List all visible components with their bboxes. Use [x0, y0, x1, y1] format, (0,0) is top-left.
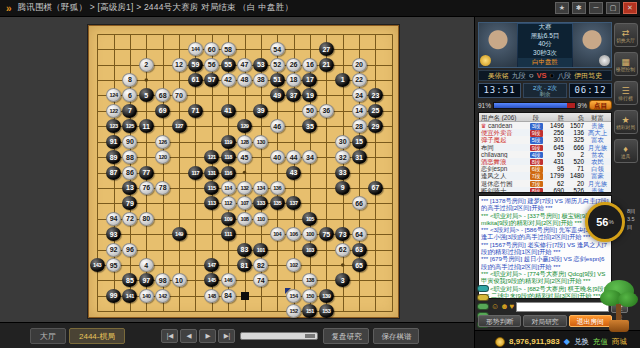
crown-icon: ♛: [481, 123, 488, 129]
exchange-button[interactable]: 兑换: [574, 337, 589, 347]
white-stone-icon: ○: [529, 72, 534, 80]
stone-102-white: 102: [286, 258, 301, 272]
stone-4-white: 4: [139, 258, 154, 272]
stone-18-white: 18: [286, 73, 301, 87]
chat-line: *** <职业对局> - [682号大赛房] 棋王晚名[9段] VS 二球中来[…: [481, 285, 609, 299]
chat-line: *** <职业对局> - [774号大赛房] Qdcg[9段] VS 甲寅俊我[…: [481, 270, 609, 285]
playback-icon[interactable]: ◀: [180, 329, 197, 343]
stone-63-black: 63: [352, 243, 367, 257]
chat-line: *** [1567号房间] 老实修行[7段] VS 逢风之人[7段]的精彩过招[…: [481, 241, 609, 256]
strip-button[interactable]: ♦道具: [614, 139, 638, 163]
white-clock: 13:51: [478, 83, 521, 98]
stone-47-white: 47: [237, 58, 252, 72]
stone-58-white: 58: [221, 42, 236, 56]
stone-148-white: 148: [204, 289, 219, 303]
stone-108-white: 108: [237, 212, 252, 226]
stone-71-black: 71: [188, 104, 203, 118]
black-player-rank: 八段: [557, 71, 571, 81]
stone-66-white: 66: [352, 196, 367, 210]
stone-11-black: 11: [139, 119, 154, 133]
white-player-avatar[interactable]: [479, 23, 517, 67]
stone-16-white: 16: [302, 58, 317, 72]
close-icon[interactable]: ✕: [623, 2, 637, 14]
event-label: 大赛: [539, 23, 552, 31]
stone-15-black: 15: [352, 135, 367, 149]
stone-27-black: 27: [319, 42, 334, 56]
stone-76-white: 76: [139, 181, 154, 195]
楼层控制-icon: ▦: [621, 57, 630, 67]
quick-chat-pill[interactable]: [477, 294, 489, 301]
stone-144-white: 144: [188, 42, 203, 56]
strip-button-label: 楼层控制: [616, 67, 635, 72]
user-row[interactable]: 酒恶舞浪8段431520农民: [479, 158, 611, 165]
rank-badge: 8段: [530, 188, 543, 193]
stone-24-white: 24: [352, 88, 367, 102]
user-list-header: 用户名 (206)段胜负财富: [479, 113, 611, 122]
black-player-avatar[interactable]: [573, 23, 611, 67]
stone-122-white: 122: [106, 104, 121, 118]
stone-54-white: 54: [270, 42, 285, 56]
stone-112-white: 112: [221, 196, 236, 210]
stone-143-black: 143: [90, 258, 105, 272]
stone-40-white: 40: [270, 150, 285, 164]
stone-103-black: 103: [302, 243, 317, 257]
toolbar-tab[interactable]: 2444-棋局: [69, 328, 125, 344]
stone-101-black: 101: [253, 243, 268, 257]
stone-20-white: 20: [352, 58, 367, 72]
stone-109-black: 109: [221, 212, 236, 226]
stone-139-black: 139: [319, 289, 334, 303]
stone-77-black: 77: [139, 166, 154, 180]
result-label: 白中盘胜: [518, 58, 572, 67]
stone-78-white: 78: [155, 181, 170, 195]
stone-128-white: 128: [237, 135, 252, 149]
strip-button-label: 道具: [621, 154, 631, 159]
stone-104-white: 104: [270, 227, 285, 241]
window-control-icon[interactable]: ─: [589, 2, 603, 14]
stone-94-white: 94: [106, 212, 121, 226]
排行榜-icon: ☰: [621, 86, 629, 96]
stone-140-white: 140: [139, 289, 154, 303]
winrate-track: [493, 102, 576, 109]
move-slider[interactable]: [240, 332, 318, 340]
panel-tab-inactive[interactable]: 形势判断: [478, 315, 521, 327]
player-card: 大赛 黑贴6.5目 40分 30秒3次 白中盘胜: [478, 22, 612, 68]
side-icon-strip: ⇄切换大厅▦楼层控制☰排行榜★精彩对局♦道具: [612, 23, 639, 163]
match-info: 大赛 黑贴6.5目 40分 30秒3次 白中盘胜: [518, 24, 572, 66]
strip-button-label: 精彩对局: [616, 125, 635, 130]
stone-80-white: 80: [139, 212, 154, 226]
black-stone-icon: ●: [550, 72, 555, 80]
clocks-row: 13:51 2次 · 2次 剩余 06:12: [478, 83, 612, 98]
panel-tab-inactive[interactable]: 对局研究: [523, 315, 566, 327]
stone-48-white: 48: [237, 73, 252, 87]
emoji-icon[interactable]: ♥: [510, 302, 515, 312]
stone-26-white: 26: [286, 58, 301, 72]
byoyomi-periods: 2次 · 2次 剩余: [523, 83, 567, 98]
stone-114-white: 114: [221, 181, 236, 195]
count-button[interactable]: 点目: [589, 100, 612, 110]
money-bar: 8,976,911,983 ◆ 兑换 充值 商城: [475, 330, 640, 348]
black-winrate: 9%: [578, 102, 587, 109]
道具-icon: ♦: [623, 144, 628, 154]
komi-label: 黑贴6.5目: [531, 32, 560, 40]
app-icon: »: [6, 3, 12, 14]
stone-149-black: 149: [172, 227, 187, 241]
stone-41-black: 41: [221, 104, 236, 118]
stone-56-white: 56: [204, 58, 219, 72]
black-clock: 06:12: [569, 83, 612, 98]
stone-90-white: 90: [122, 135, 137, 149]
stone-117-black: 117: [188, 166, 203, 180]
title-bar: » 腾讯围棋（野狐） > [高级房1] > 2444号大赛房 对局结束 （白 中…: [0, 0, 640, 17]
window-control-icon[interactable]: ★: [555, 2, 569, 14]
stone-69-black: 69: [155, 104, 170, 118]
chat-input[interactable]: [516, 302, 609, 312]
gold-medal-icon: [480, 55, 491, 66]
playback-icon[interactable]: ▶: [199, 329, 216, 343]
stone-22-white: 22: [352, 73, 367, 87]
chat-line: *** [679号房间] 超日小赢[3段] VS 恋剑espn[6段]的高手过招…: [481, 255, 609, 270]
stone-62-white: 62: [335, 243, 350, 257]
stone-45-white: 45: [237, 150, 252, 164]
window-control-icon[interactable]: ▢: [606, 2, 620, 14]
stone-142-white: 142: [155, 289, 170, 303]
winrate-bar: 91% 9% 点目: [478, 100, 612, 110]
chat-input-row: ☺☻♥ 发送: [491, 301, 612, 313]
strip-button-label: 切换大厅: [616, 38, 635, 43]
stone-52-white: 52: [270, 58, 285, 72]
go-board[interactable]: 1446058542721259565547535226162120861574…: [88, 25, 399, 318]
stone-91-black: 91: [106, 135, 121, 149]
diamond-icon: ◆: [564, 337, 570, 346]
user-row[interactable]: 退休恋竹园7段6220月光族: [479, 180, 611, 187]
quick-chat-pill[interactable]: [477, 303, 489, 310]
strip-button[interactable]: ⇄切换大厅: [614, 23, 638, 47]
emoji-icon[interactable]: ☻: [500, 302, 508, 312]
stone-43-black: 43: [286, 166, 301, 180]
user-row[interactable]: 断剑骑士8段690526贵族: [479, 187, 611, 193]
toolbar-button[interactable]: 复盘研究: [323, 328, 369, 344]
user-row[interactable]: 恋剑espn6段9571白领: [479, 165, 611, 172]
stone-36-white: 36: [319, 104, 334, 118]
stone-64-white: 64: [352, 227, 367, 241]
切换大厅-icon: ⇄: [622, 28, 630, 38]
stone-14-white: 14: [352, 104, 367, 118]
user-row[interactable]: 弹子魔起5段301325富农: [479, 136, 611, 143]
window-control-icon[interactable]: ✱: [572, 2, 586, 14]
stone-61-black: 61: [188, 73, 203, 87]
stone-110-white: 110: [253, 212, 268, 226]
user-list[interactable]: 用户名 (206)段胜负财富♛ candean3段14961507贵族便宜外卖音…: [478, 112, 612, 193]
stone-2-white: 2: [139, 58, 154, 72]
stone-9-black: 9: [335, 181, 350, 195]
stone-51-black: 51: [270, 73, 285, 87]
stone-55-black: 55: [221, 58, 236, 72]
user-row[interactable]: 布同9段645666月光族: [479, 144, 611, 151]
stone-119-black: 119: [221, 135, 236, 149]
stone-136-white: 136: [270, 181, 285, 195]
ai-winrate-labels: 8目 3.5目: [627, 207, 640, 231]
stone-84-white: 84: [221, 289, 236, 303]
stone-116-black: 116: [221, 166, 236, 180]
black-player-name: 伊田笃史: [574, 71, 602, 81]
stone-30-white: 30: [335, 135, 350, 149]
stone-21-black: 21: [319, 58, 334, 72]
strip-button[interactable]: ★精彩对局: [614, 110, 638, 134]
window-title: 腾讯围棋（野狐） > [高级房1] > 2444号大赛房 对局结束 （白 中盘胜…: [18, 2, 294, 14]
stone-130-white: 130: [253, 135, 268, 149]
stone-31-black: 31: [352, 150, 367, 164]
stone-92-white: 92: [106, 243, 121, 257]
panel-tabs: 形势判断对局研究退出房间: [478, 315, 612, 327]
stone-33-black: 33: [335, 166, 350, 180]
user-row[interactable]: ♛ candean3段14961507贵族: [479, 122, 611, 129]
shop-button[interactable]: 商城: [612, 337, 627, 347]
players-row: 吴依铭 九段 ○ VS ● 八段 伊田笃史: [478, 70, 612, 81]
stone-86-white: 86: [122, 166, 137, 180]
playback-icon[interactable]: |◀: [161, 329, 178, 343]
stone-81-black: 81: [237, 258, 252, 272]
stone-53-black: 53: [253, 58, 268, 72]
window-controls: ★✱─▢✕: [555, 2, 637, 14]
stone-126-white: 126: [155, 135, 170, 149]
white-player-rank: 九段: [512, 71, 526, 81]
stone-12-white: 12: [172, 58, 187, 72]
stone-65-black: 65: [352, 258, 367, 272]
精彩对局-icon: ★: [621, 115, 629, 125]
quick-chat-pill[interactable]: [477, 285, 489, 292]
strip-button[interactable]: ☰排行榜: [614, 81, 638, 105]
stone-10-white: 10: [172, 273, 187, 287]
stone-42-white: 42: [221, 73, 236, 87]
toolbar-tab[interactable]: 大厅: [30, 328, 66, 344]
stone-131-black: 131: [204, 166, 219, 180]
silver-medal-icon: [599, 55, 610, 66]
stone-87-black: 87: [106, 166, 121, 180]
money-tree[interactable]: [600, 280, 638, 332]
stone-46-white: 46: [270, 119, 285, 133]
stone-132-white: 132: [237, 181, 252, 195]
stone-59-black: 59: [188, 58, 203, 72]
vs-label: VS: [536, 71, 546, 80]
white-winrate: 91%: [478, 102, 491, 109]
strip-button-label: 排行榜: [618, 96, 632, 101]
stone-67-black: 67: [368, 181, 383, 195]
stone-99-black: 99: [106, 289, 121, 303]
stone-127-black: 127: [172, 119, 187, 133]
ai-winrate-circle[interactable]: 56%: [585, 202, 625, 242]
stone-75-black: 75: [319, 227, 334, 241]
square-marker: [241, 292, 249, 300]
stone-83-black: 83: [237, 243, 252, 257]
white-player-name: 吴依铭: [488, 71, 509, 81]
stone-118-black: 118: [221, 150, 236, 164]
toolbar-button[interactable]: 保存棋谱: [373, 328, 419, 344]
stone-25-black: 25: [368, 104, 383, 118]
main-time-label: 40分: [538, 40, 552, 48]
stone-96-white: 96: [122, 243, 137, 257]
coin-balance: 8,976,911,983: [509, 337, 560, 346]
playback-icon[interactable]: ▶|: [218, 329, 235, 343]
board-area: 1446058542721259565547535226162120861574…: [0, 17, 474, 322]
user-row[interactable]: 逢风之人7段17991480富豪: [479, 172, 611, 179]
user-row[interactable]: 便宜外卖音9段256136高大上: [479, 129, 611, 136]
triangle-marker: [285, 288, 291, 294]
slider-knob[interactable]: [305, 334, 315, 338]
emoji-icon[interactable]: ☺: [491, 302, 499, 312]
stone-135-black: 135: [270, 196, 285, 210]
stone-111-black: 111: [221, 227, 236, 241]
strip-button[interactable]: ▦楼层控制: [614, 52, 638, 76]
user-row[interactable]: chilavang4段502贫农: [479, 151, 611, 158]
coin-icon: [495, 337, 505, 347]
byoyomi-label: 30秒3次: [533, 49, 557, 57]
bottom-toolbar: 大厅2444-棋局 |◀◀▶▶| 复盘研究保存棋谱: [0, 322, 474, 348]
stone-95-white: 95: [106, 258, 121, 272]
stone-28-white: 28: [352, 119, 367, 133]
stone-70-white: 70: [172, 88, 187, 102]
recharge-button[interactable]: 充值: [593, 337, 608, 347]
